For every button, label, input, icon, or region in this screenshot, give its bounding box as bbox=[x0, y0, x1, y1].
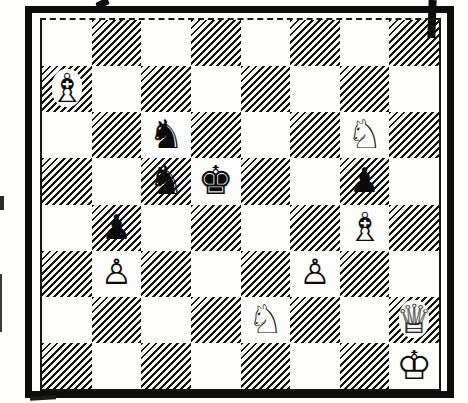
square-e7[interactable] bbox=[241, 66, 291, 112]
square-d4[interactable] bbox=[191, 205, 241, 251]
square-g6[interactable]: ♘ bbox=[340, 112, 390, 158]
scanned-chess-diagram: ♗♞♘♞♚♟♟♗♙♙♘♕♔ bbox=[0, 0, 468, 403]
piece-black-knight[interactable]: ♞ bbox=[148, 160, 184, 200]
square-h2[interactable]: ♕ bbox=[389, 297, 439, 343]
square-g4[interactable]: ♗ bbox=[340, 205, 390, 251]
square-e8[interactable] bbox=[241, 20, 291, 66]
square-g7[interactable] bbox=[340, 66, 390, 112]
chess-board: ♗♞♘♞♚♟♟♗♙♙♘♕♔ bbox=[40, 18, 441, 391]
square-c1[interactable] bbox=[141, 343, 191, 389]
board-frame: ♗♞♘♞♚♟♟♗♙♙♘♕♔ bbox=[25, 6, 454, 398]
square-a5[interactable] bbox=[42, 158, 92, 204]
square-e2[interactable]: ♘ bbox=[241, 297, 291, 343]
square-a7[interactable]: ♗ bbox=[42, 66, 92, 112]
square-d8[interactable] bbox=[191, 20, 241, 66]
piece-white-bishop[interactable]: ♗ bbox=[49, 68, 85, 108]
square-c8[interactable] bbox=[141, 20, 191, 66]
print-smudge bbox=[30, 395, 56, 400]
square-c7[interactable] bbox=[141, 66, 191, 112]
scan-edge-mark bbox=[0, 274, 2, 332]
square-c4[interactable] bbox=[141, 205, 191, 251]
square-b8[interactable] bbox=[92, 20, 142, 66]
square-c6[interactable]: ♞ bbox=[141, 112, 191, 158]
square-a4[interactable] bbox=[42, 205, 92, 251]
piece-white-knight[interactable]: ♘ bbox=[247, 299, 283, 339]
square-d3[interactable] bbox=[191, 251, 241, 297]
square-d2[interactable] bbox=[191, 297, 241, 343]
square-f3[interactable]: ♙ bbox=[290, 251, 340, 297]
piece-white-pawn[interactable]: ♙ bbox=[101, 255, 132, 290]
square-f4[interactable] bbox=[290, 205, 340, 251]
piece-white-pawn[interactable]: ♙ bbox=[299, 255, 330, 290]
square-h5[interactable] bbox=[389, 158, 439, 204]
square-d6[interactable] bbox=[191, 112, 241, 158]
square-d1[interactable] bbox=[191, 343, 241, 389]
piece-black-king[interactable]: ♚ bbox=[198, 160, 234, 200]
square-c2[interactable] bbox=[141, 297, 191, 343]
square-h4[interactable] bbox=[389, 205, 439, 251]
square-e5[interactable] bbox=[241, 158, 291, 204]
square-e6[interactable] bbox=[241, 112, 291, 158]
square-g3[interactable] bbox=[340, 251, 390, 297]
square-h1[interactable]: ♔ bbox=[389, 343, 439, 389]
square-f8[interactable] bbox=[290, 20, 340, 66]
square-a3[interactable] bbox=[42, 251, 92, 297]
square-e4[interactable] bbox=[241, 205, 291, 251]
square-g8[interactable] bbox=[340, 20, 390, 66]
piece-white-king[interactable]: ♔ bbox=[396, 345, 432, 385]
square-b2[interactable] bbox=[92, 297, 142, 343]
square-h3[interactable] bbox=[389, 251, 439, 297]
square-b5[interactable] bbox=[92, 158, 142, 204]
square-d7[interactable] bbox=[191, 66, 241, 112]
piece-black-pawn[interactable]: ♟ bbox=[349, 163, 379, 197]
square-f6[interactable] bbox=[290, 112, 340, 158]
square-h6[interactable] bbox=[389, 112, 439, 158]
square-b6[interactable] bbox=[92, 112, 142, 158]
print-artifact-corner-tick bbox=[427, 0, 436, 38]
piece-white-knight[interactable]: ♘ bbox=[347, 114, 383, 154]
square-a2[interactable] bbox=[42, 297, 92, 343]
piece-white-bishop[interactable]: ♗ bbox=[347, 207, 383, 247]
square-h7[interactable] bbox=[389, 66, 439, 112]
square-d5[interactable]: ♚ bbox=[191, 158, 241, 204]
square-a8[interactable] bbox=[42, 20, 92, 66]
square-g5[interactable]: ♟ bbox=[340, 158, 390, 204]
square-b1[interactable] bbox=[92, 343, 142, 389]
scan-edge-mark bbox=[0, 196, 4, 210]
square-a1[interactable] bbox=[42, 343, 92, 389]
square-b4[interactable]: ♟ bbox=[92, 205, 142, 251]
square-c5[interactable]: ♞ bbox=[141, 158, 191, 204]
square-a6[interactable] bbox=[42, 112, 92, 158]
square-g1[interactable] bbox=[340, 343, 390, 389]
piece-white-queen[interactable]: ♕ bbox=[396, 299, 432, 339]
square-c3[interactable] bbox=[141, 251, 191, 297]
square-b3[interactable]: ♙ bbox=[92, 251, 142, 297]
square-f1[interactable] bbox=[290, 343, 340, 389]
square-f7[interactable] bbox=[290, 66, 340, 112]
piece-black-pawn[interactable]: ♟ bbox=[101, 210, 131, 244]
square-f5[interactable] bbox=[290, 158, 340, 204]
square-e1[interactable] bbox=[241, 343, 291, 389]
piece-black-knight[interactable]: ♞ bbox=[148, 114, 184, 154]
square-e3[interactable] bbox=[241, 251, 291, 297]
square-g2[interactable] bbox=[340, 297, 390, 343]
square-b7[interactable] bbox=[92, 66, 142, 112]
square-f2[interactable] bbox=[290, 297, 340, 343]
